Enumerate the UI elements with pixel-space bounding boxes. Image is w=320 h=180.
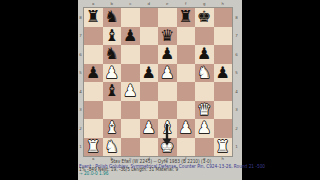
square-g6: ♟ (195, 45, 214, 64)
square-c1 (121, 138, 140, 157)
square-g3: ♛ (195, 101, 214, 120)
coord-label-6: 6 (78, 45, 83, 64)
square-e6: ♟ (158, 45, 177, 64)
black-pawn-g6: ♟ (197, 45, 211, 64)
coord-label-7: 7 (234, 27, 239, 46)
square-c4: ♟ (121, 82, 140, 101)
coord-label-1: 1 (78, 138, 83, 157)
coord-label-2: 2 (78, 119, 83, 138)
square-c7: ♟ (121, 27, 140, 46)
square-b8: ♞ (103, 8, 122, 27)
black-pawn-e6: ♟ (160, 45, 174, 64)
square-g1 (195, 138, 214, 157)
white-queen-g3: ♛ (197, 101, 211, 120)
black-queen-e7: ♛ (160, 27, 174, 46)
square-e4 (158, 82, 177, 101)
square-h4 (214, 82, 233, 101)
black-king-g8: ♚ (197, 8, 211, 27)
coord-label-d: d (140, 1, 159, 7)
square-d6 (140, 45, 159, 64)
coord-label-5: 5 (78, 64, 83, 83)
square-h7 (214, 27, 233, 46)
engine-bestmove-line: → 20.0-0 1.96 (79, 171, 243, 176)
square-f1 (177, 138, 196, 157)
square-d4 (140, 82, 159, 101)
rank-labels-left: 87654321 (78, 8, 83, 156)
white-pawn-d2: ♟ (142, 119, 156, 138)
coord-label-1: 1 (234, 138, 239, 157)
square-g4 (195, 82, 214, 101)
square-b2: ♝ (103, 119, 122, 138)
video-frame: abcdefgh abcdefgh 87654321 87654321 ♜♞♜♚… (0, 0, 320, 180)
coord-label-4: 4 (78, 82, 83, 101)
white-knight-b1: ♞ (105, 138, 119, 157)
square-h5: ♟ (214, 64, 233, 83)
square-b6: ♞ (103, 45, 122, 64)
square-f6 (177, 45, 196, 64)
square-a5: ♟ (84, 64, 103, 83)
square-g8: ♚ (195, 8, 214, 27)
square-c8 (121, 8, 140, 27)
square-d1 (140, 138, 159, 157)
white-pawn-c4: ♟ (123, 82, 137, 101)
black-knight-b6: ♞ (105, 45, 119, 64)
coord-label-8: 8 (234, 8, 239, 27)
square-h2 (214, 119, 233, 138)
square-h3 (214, 101, 233, 120)
square-c5 (121, 64, 140, 83)
square-a8: ♜ (84, 8, 103, 27)
black-rook-f8: ♜ (179, 8, 193, 27)
coord-label-7: 7 (78, 27, 83, 46)
square-g7 (195, 27, 214, 46)
square-b5: ♟ (103, 64, 122, 83)
square-a7 (84, 27, 103, 46)
black-rook-a8: ♜ (86, 8, 100, 27)
square-e7: ♛ (158, 27, 177, 46)
white-knight-g5: ♞ (197, 64, 211, 83)
square-f7 (177, 27, 196, 46)
coord-label-2: 2 (234, 119, 239, 138)
black-pawn-a5: ♟ (86, 64, 100, 83)
square-d8 (140, 8, 159, 27)
coord-label-5: 5 (234, 64, 239, 83)
white-pawn-b5: ♟ (105, 64, 119, 83)
coord-label-3: 3 (234, 101, 239, 120)
black-bishop-b4: ♝ (105, 82, 119, 101)
square-f8: ♜ (177, 8, 196, 27)
square-a3 (84, 101, 103, 120)
square-d2: ♟ (140, 119, 159, 138)
white-bishop-b2: ♝ (105, 119, 119, 138)
square-b4: ♝ (103, 82, 122, 101)
white-pawn-g2: ♟ (197, 119, 211, 138)
square-d7 (140, 27, 159, 46)
white-pawn-f2: ♟ (179, 119, 193, 138)
square-a2 (84, 119, 103, 138)
square-b1: ♞ (103, 138, 122, 157)
black-knight-b8: ♞ (105, 8, 119, 27)
white-rook-h1: ♜ (216, 138, 230, 157)
coord-label-4: 4 (234, 82, 239, 101)
square-b3 (103, 101, 122, 120)
players-result-line: Stav Efan (W 2245) -- Oyfe 1983 (B 2210)… (79, 159, 243, 164)
rank-labels-right: 87654321 (234, 8, 239, 156)
square-c6 (121, 45, 140, 64)
coord-label-e: e (158, 1, 177, 7)
square-f2: ♟ (177, 119, 196, 138)
square-a6 (84, 45, 103, 64)
square-a4 (84, 82, 103, 101)
coord-label-h: h (214, 1, 233, 7)
black-bishop-b7: ♝ (105, 27, 119, 46)
coord-label-c: c (121, 1, 140, 7)
coord-label-6: 6 (234, 45, 239, 64)
square-c2 (121, 119, 140, 138)
square-h1: ♜ (214, 138, 233, 157)
coord-label-8: 8 (78, 8, 83, 27)
square-f3 (177, 101, 196, 120)
square-d3 (140, 101, 159, 120)
square-e3 (158, 101, 177, 120)
coord-label-3: 3 (78, 101, 83, 120)
square-d5: ♟ (140, 64, 159, 83)
square-h6 (214, 45, 233, 64)
white-pawn-e5: ♟ (160, 64, 174, 83)
square-f4 (177, 82, 196, 101)
white-king-e1: ♚ (160, 138, 174, 157)
square-f5 (177, 64, 196, 83)
black-pawn-c7: ♟ (123, 27, 137, 46)
square-c3 (121, 101, 140, 120)
black-pawn-d5: ♟ (142, 64, 156, 83)
square-a1: ♜ (84, 138, 103, 157)
square-h8 (214, 8, 233, 27)
black-pawn-h5: ♟ (216, 64, 230, 83)
white-rook-a1: ♜ (86, 138, 100, 157)
square-b7: ♝ (103, 27, 122, 46)
chess-panel: abcdefgh abcdefgh 87654321 87654321 ♜♞♜♚… (78, 0, 242, 180)
square-e8 (158, 8, 177, 27)
square-e5: ♟ (158, 64, 177, 83)
square-g2: ♟ (195, 119, 214, 138)
board: ♜♞♜♚♝♟♛♞♟♟♟♟♟♟♞♟♝♟♛♝♟♝♟♟♜♞♚♜ (84, 8, 232, 156)
square-g5: ♞ (195, 64, 214, 83)
square-e1: ♚ (158, 138, 177, 157)
white-bishop-e2: ♝ (160, 119, 174, 138)
square-e2: ♝ (158, 119, 177, 138)
